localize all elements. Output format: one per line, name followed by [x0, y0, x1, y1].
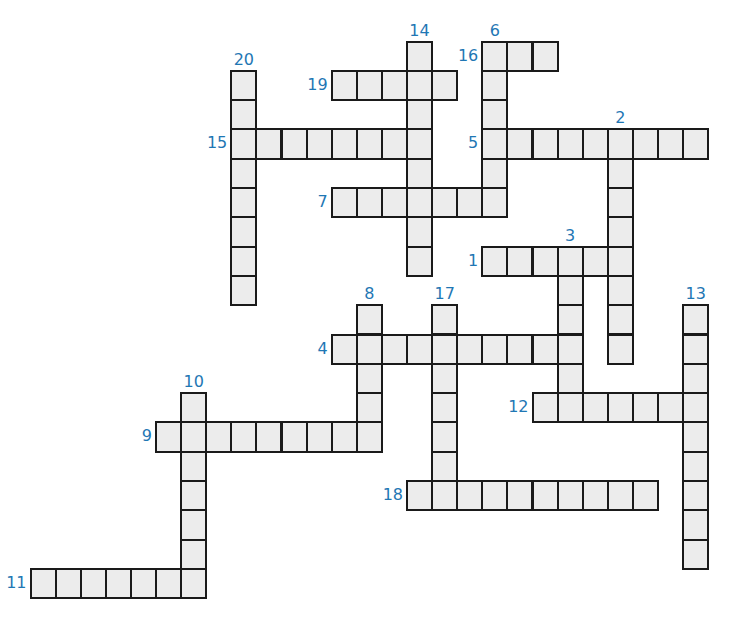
crossword-cell[interactable] [532, 41, 559, 72]
clue-number-8-down: 8 [339, 284, 399, 303]
clue-number-15-across: 15 [167, 129, 227, 158]
clue-number-2-down: 2 [590, 108, 650, 127]
crossword-cell[interactable] [356, 363, 383, 394]
crossword-cell[interactable] [481, 334, 508, 365]
crossword-cell[interactable] [406, 480, 433, 511]
crossword-cell[interactable] [481, 70, 508, 101]
crossword-cell[interactable] [607, 216, 634, 247]
crossword-cell[interactable] [682, 421, 709, 452]
crossword-cell[interactable] [431, 70, 458, 101]
crossword-cell[interactable] [682, 392, 709, 423]
crossword-cell[interactable] [557, 275, 584, 306]
crossword-cell[interactable] [607, 334, 634, 365]
crossword-cell[interactable] [431, 187, 458, 218]
crossword-cell[interactable] [180, 421, 207, 452]
crossword-cell[interactable] [657, 128, 684, 159]
crossword-cell[interactable] [306, 421, 333, 452]
crossword-cell[interactable] [582, 246, 609, 277]
clue-number-12-across: 12 [469, 393, 529, 422]
crossword-cell[interactable] [381, 128, 408, 159]
crossword-cell[interactable] [230, 99, 257, 130]
crossword-cell[interactable] [431, 334, 458, 365]
clue-number-7-across: 7 [268, 188, 328, 217]
clue-number-4-across: 4 [268, 335, 328, 364]
crossword-cell[interactable] [331, 334, 358, 365]
clue-number-1-across: 1 [418, 247, 478, 276]
crossword-cell[interactable] [80, 568, 107, 599]
crossword-cell[interactable] [632, 480, 659, 511]
crossword-cell[interactable] [356, 187, 383, 218]
clue-number-3-down: 3 [540, 226, 600, 245]
crossword-cell[interactable] [356, 304, 383, 335]
crossword-cell[interactable] [607, 480, 634, 511]
crossword-cell[interactable] [281, 128, 308, 159]
crossword-board: 1234567891011121314151617181920 [0, 0, 740, 626]
crossword-cell[interactable] [431, 480, 458, 511]
crossword-cell[interactable] [682, 334, 709, 365]
crossword-cell[interactable] [105, 568, 132, 599]
crossword-cell[interactable] [230, 421, 257, 452]
crossword-cell[interactable] [406, 334, 433, 365]
crossword-cell[interactable] [406, 70, 433, 101]
crossword-cell[interactable] [682, 451, 709, 482]
crossword-cell[interactable] [682, 509, 709, 540]
crossword-cell[interactable] [532, 128, 559, 159]
crossword-cell[interactable] [30, 568, 57, 599]
crossword-cell[interactable] [431, 451, 458, 482]
crossword-cell[interactable] [130, 568, 157, 599]
crossword-cell[interactable] [532, 480, 559, 511]
crossword-cell[interactable] [506, 480, 533, 511]
crossword-cell[interactable] [557, 128, 584, 159]
crossword-cell[interactable] [331, 421, 358, 452]
crossword-cell[interactable] [331, 187, 358, 218]
crossword-cell[interactable] [406, 216, 433, 247]
crossword-cell[interactable] [557, 480, 584, 511]
crossword-cell[interactable] [607, 275, 634, 306]
crossword-cell[interactable] [607, 392, 634, 423]
clue-number-18-across: 18 [343, 481, 403, 510]
crossword-cell[interactable] [481, 480, 508, 511]
crossword-cell[interactable] [682, 480, 709, 511]
crossword-cell[interactable] [481, 187, 508, 218]
crossword-cell[interactable] [607, 158, 634, 189]
crossword-cell[interactable] [682, 128, 709, 159]
crossword-cell[interactable] [255, 421, 282, 452]
crossword-cell[interactable] [155, 568, 182, 599]
crossword-cell[interactable] [607, 304, 634, 335]
crossword-cell[interactable] [506, 334, 533, 365]
clue-number-20-down: 20 [214, 50, 274, 69]
clue-number-5-across: 5 [418, 129, 478, 158]
crossword-cell[interactable] [557, 334, 584, 365]
clue-number-16-across: 16 [418, 42, 478, 71]
crossword-cell[interactable] [255, 128, 282, 159]
crossword-cell[interactable] [180, 451, 207, 482]
crossword-cell[interactable] [607, 128, 634, 159]
crossword-cell[interactable] [230, 216, 257, 247]
clue-number-10-down: 10 [164, 372, 224, 391]
crossword-cell[interactable] [55, 568, 82, 599]
crossword-cell[interactable] [632, 128, 659, 159]
crossword-cell[interactable] [230, 246, 257, 277]
crossword-cell[interactable] [356, 392, 383, 423]
crossword-cell[interactable] [557, 304, 584, 335]
crossword-cell[interactable] [456, 187, 483, 218]
crossword-cell[interactable] [607, 246, 634, 277]
crossword-cell[interactable] [381, 70, 408, 101]
crossword-cell[interactable] [356, 128, 383, 159]
crossword-cell[interactable] [356, 421, 383, 452]
crossword-cell[interactable] [281, 421, 308, 452]
crossword-cell[interactable] [205, 421, 232, 452]
crossword-cell[interactable] [456, 480, 483, 511]
crossword-cell[interactable] [180, 509, 207, 540]
crossword-cell[interactable] [331, 128, 358, 159]
clue-number-19-across: 19 [268, 71, 328, 100]
crossword-cell[interactable] [180, 480, 207, 511]
crossword-cell[interactable] [180, 539, 207, 570]
clue-number-14-down: 14 [390, 21, 450, 40]
clue-number-9-across: 9 [92, 422, 152, 451]
crossword-cell[interactable] [506, 128, 533, 159]
crossword-cell[interactable] [557, 363, 584, 394]
crossword-cell[interactable] [607, 187, 634, 218]
crossword-cell[interactable] [406, 187, 433, 218]
crossword-cell[interactable] [230, 70, 257, 101]
crossword-cell[interactable] [431, 304, 458, 335]
crossword-cell[interactable] [356, 334, 383, 365]
crossword-cell[interactable] [632, 392, 659, 423]
crossword-cell[interactable] [481, 158, 508, 189]
crossword-cell[interactable] [481, 41, 508, 72]
clue-number-6-down: 6 [465, 21, 525, 40]
crossword-cell[interactable] [230, 158, 257, 189]
crossword-cell[interactable] [557, 246, 584, 277]
crossword-cell[interactable] [481, 128, 508, 159]
crossword-cell[interactable] [657, 392, 684, 423]
crossword-cell[interactable] [532, 246, 559, 277]
clue-number-17-down: 17 [415, 284, 475, 303]
crossword-cell[interactable] [481, 246, 508, 277]
crossword-cell[interactable] [481, 99, 508, 130]
crossword-cell[interactable] [682, 363, 709, 394]
crossword-cell[interactable] [431, 392, 458, 423]
crossword-cell[interactable] [431, 363, 458, 394]
crossword-cell[interactable] [682, 539, 709, 570]
crossword-cell[interactable] [155, 421, 182, 452]
crossword-cell[interactable] [406, 99, 433, 130]
clue-number-11-across: 11 [0, 569, 27, 598]
crossword-cell[interactable] [306, 128, 333, 159]
crossword-cell[interactable] [506, 41, 533, 72]
crossword-cell[interactable] [682, 304, 709, 335]
crossword-cell[interactable] [230, 187, 257, 218]
crossword-cell[interactable] [506, 246, 533, 277]
crossword-cell[interactable] [532, 392, 559, 423]
crossword-cell[interactable] [582, 128, 609, 159]
crossword-cell[interactable] [331, 70, 358, 101]
crossword-cell[interactable] [582, 392, 609, 423]
crossword-cell[interactable] [431, 421, 458, 452]
crossword-cell[interactable] [230, 275, 257, 306]
crossword-cell[interactable] [381, 334, 408, 365]
crossword-cell[interactable] [406, 158, 433, 189]
clue-number-13-down: 13 [666, 284, 726, 303]
crossword-cell[interactable] [180, 568, 207, 599]
crossword-cell[interactable] [532, 334, 559, 365]
crossword-cell[interactable] [582, 480, 609, 511]
crossword-cell[interactable] [356, 70, 383, 101]
crossword-cell[interactable] [180, 392, 207, 423]
crossword-cell[interactable] [230, 128, 257, 159]
crossword-cell[interactable] [381, 187, 408, 218]
crossword-cell[interactable] [557, 392, 584, 423]
crossword-cell[interactable] [456, 334, 483, 365]
